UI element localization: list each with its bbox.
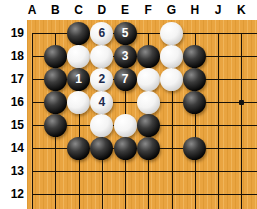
- black-stone: 7: [114, 68, 137, 91]
- go-diagram: 6531274 ABCDEFGHJK1918171615141312: [0, 0, 257, 209]
- column-label: C: [74, 2, 83, 18]
- column-label: E: [121, 2, 129, 18]
- column-label: A: [28, 2, 37, 18]
- white-stone: [160, 68, 183, 91]
- black-stone: [90, 137, 113, 160]
- row-label: 12: [0, 186, 24, 202]
- column-label: H: [190, 2, 199, 18]
- white-stone: [90, 45, 113, 68]
- black-stone: [137, 137, 160, 160]
- black-stone: [67, 137, 90, 160]
- white-stone: [90, 114, 113, 137]
- row-label: 14: [0, 140, 24, 156]
- white-stone: [67, 91, 90, 114]
- black-stone: [183, 91, 206, 114]
- grid-line: [32, 171, 257, 172]
- black-stone: 1: [67, 68, 90, 91]
- column-label: B: [51, 2, 60, 18]
- grid-line: [241, 33, 242, 209]
- black-stone: [44, 68, 67, 91]
- black-stone: [44, 114, 67, 137]
- row-label: 13: [0, 163, 24, 179]
- move-number: 1: [75, 73, 82, 85]
- move-number: 4: [98, 96, 105, 108]
- move-number: 6: [98, 27, 105, 39]
- black-stone: [67, 22, 90, 45]
- white-stone: [114, 114, 137, 137]
- row-label: 15: [0, 117, 24, 133]
- column-label: G: [167, 2, 176, 18]
- column-label: D: [97, 2, 106, 18]
- black-stone: [137, 45, 160, 68]
- row-label: 16: [0, 94, 24, 110]
- column-label: F: [145, 2, 152, 18]
- black-stone: [137, 114, 160, 137]
- move-number: 3: [122, 50, 129, 62]
- black-stone: [183, 45, 206, 68]
- white-stone: 2: [90, 68, 113, 91]
- row-label: 19: [0, 25, 24, 41]
- black-stone: 5: [114, 22, 137, 45]
- move-number: 7: [122, 73, 129, 85]
- grid-line: [32, 194, 257, 195]
- white-stone: 6: [90, 22, 113, 45]
- white-stone: [160, 22, 183, 45]
- black-stone: [183, 68, 206, 91]
- go-board[interactable]: 6531274: [27, 20, 257, 209]
- black-stone: [114, 137, 137, 160]
- row-label: 18: [0, 48, 24, 64]
- black-stone: [44, 91, 67, 114]
- black-stone: 3: [114, 45, 137, 68]
- white-stone: 4: [90, 91, 113, 114]
- grid-line: [32, 33, 33, 209]
- grid-line: [32, 33, 257, 34]
- move-number: 5: [122, 27, 129, 39]
- white-stone: [160, 45, 183, 68]
- black-stone: [44, 45, 67, 68]
- white-stone: [137, 68, 160, 91]
- column-label: J: [215, 2, 222, 18]
- column-label: K: [237, 2, 246, 18]
- white-stone: [67, 45, 90, 68]
- row-label: 17: [0, 71, 24, 87]
- black-stone: [183, 137, 206, 160]
- move-number: 2: [98, 73, 105, 85]
- star-point: [239, 100, 244, 105]
- white-stone: [137, 91, 160, 114]
- grid-line: [218, 33, 219, 209]
